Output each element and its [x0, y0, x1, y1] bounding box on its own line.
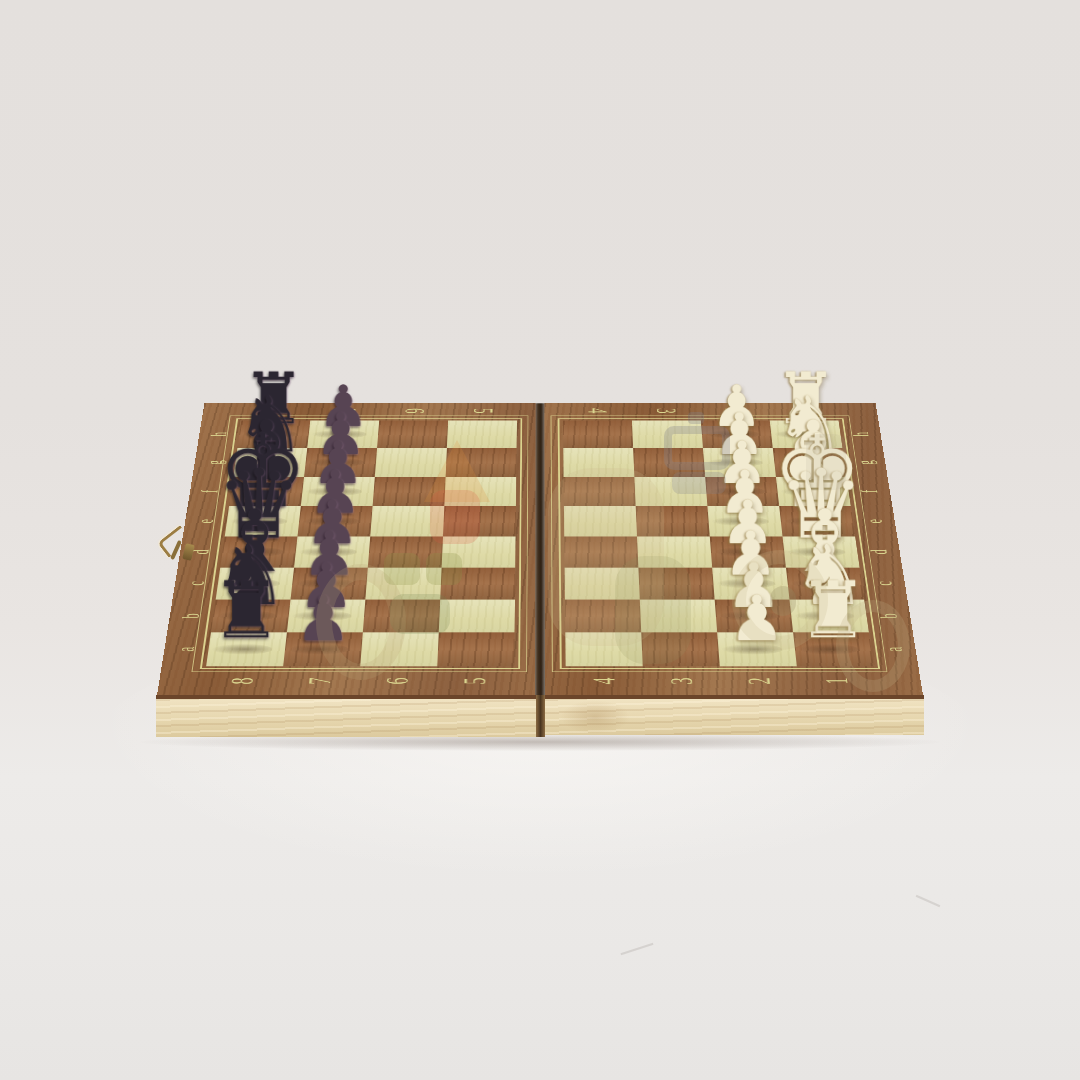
square-a8 [206, 632, 287, 666]
square-h2 [701, 420, 773, 448]
square-d8 [220, 536, 297, 567]
square-a3 [641, 632, 720, 666]
square-h1 [770, 420, 843, 448]
box-side-seam [536, 695, 545, 737]
square-f6 [373, 477, 446, 506]
square-d2 [710, 536, 786, 567]
squares-grid [206, 420, 517, 666]
square-a7 [283, 632, 363, 666]
square-d5 [442, 536, 516, 567]
square-f2 [705, 477, 779, 506]
square-d6 [368, 536, 443, 567]
square-a2 [717, 632, 797, 666]
square-e7 [297, 506, 372, 536]
square-a1 [793, 632, 874, 666]
square-c4 [565, 568, 640, 600]
square-c3 [638, 568, 714, 600]
square-h8 [237, 420, 310, 448]
squares-grid [563, 420, 874, 666]
square-h7 [307, 420, 379, 448]
backdrop-scratch [916, 895, 941, 907]
square-f5 [444, 477, 516, 506]
square-a4 [565, 632, 642, 666]
square-a5 [437, 632, 514, 666]
square-e6 [370, 506, 444, 536]
square-g7 [304, 448, 377, 477]
square-b2 [715, 600, 793, 633]
square-g2 [703, 448, 776, 477]
square-f8 [229, 477, 304, 506]
box-side-left [156, 695, 538, 737]
square-b7 [287, 600, 365, 633]
chess-board: 88776655abcdefgh44332211abcdefgh♜♟♟♜♞♟♟♞… [157, 0, 923, 695]
square-e2 [707, 506, 782, 536]
square-h5 [447, 420, 517, 448]
square-d4 [564, 536, 638, 567]
board-top-surface: 88776655abcdefgh44332211abcdefgh♜♟♟♜♞♟♟♞… [157, 403, 923, 695]
square-d1 [783, 536, 860, 567]
square-c5 [440, 568, 515, 600]
square-e5 [443, 506, 516, 536]
square-g6 [375, 448, 447, 477]
brass-hook-icon [148, 518, 200, 570]
square-c1 [786, 568, 864, 600]
square-g3 [633, 448, 705, 477]
square-h6 [377, 420, 448, 448]
square-e1 [779, 506, 855, 536]
backdrop-scratch [621, 943, 654, 955]
square-g8 [233, 448, 307, 477]
product-photo-scene: 88776655abcdefgh44332211abcdefgh♜♟♟♜♞♟♟♞… [0, 0, 1080, 1080]
square-c2 [712, 568, 789, 600]
square-e4 [564, 506, 637, 536]
square-f4 [564, 477, 636, 506]
square-b3 [640, 600, 717, 633]
square-g1 [773, 448, 847, 477]
square-e3 [636, 506, 710, 536]
square-d3 [637, 536, 712, 567]
square-e8 [225, 506, 301, 536]
square-c6 [365, 568, 441, 600]
square-c8 [216, 568, 294, 600]
wood-grain-figure [560, 700, 630, 734]
square-a6 [360, 632, 439, 666]
square-b1 [789, 600, 869, 633]
square-h3 [632, 420, 703, 448]
square-d7 [294, 536, 370, 567]
square-f7 [301, 477, 375, 506]
square-b6 [363, 600, 440, 633]
square-b5 [439, 600, 515, 633]
square-g5 [446, 448, 517, 477]
square-c7 [291, 568, 368, 600]
square-g4 [563, 448, 634, 477]
square-b8 [211, 600, 291, 633]
square-h4 [563, 420, 633, 448]
square-f3 [634, 477, 707, 506]
square-f1 [776, 477, 851, 506]
square-b4 [565, 600, 641, 633]
